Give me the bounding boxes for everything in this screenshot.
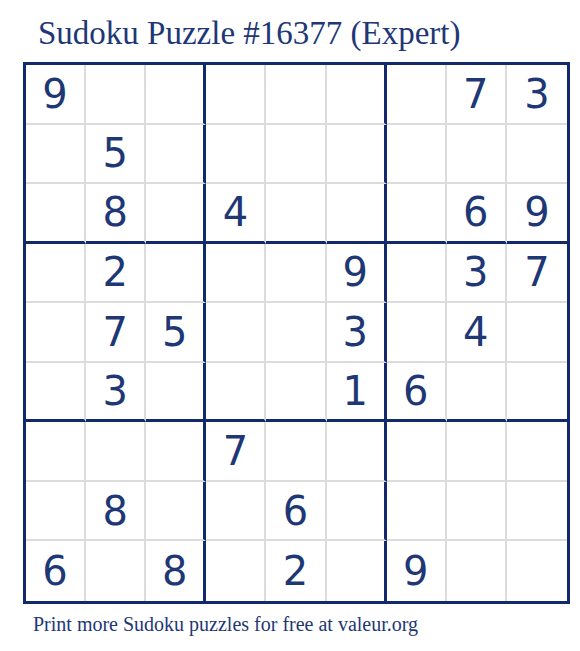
sudoku-cell: 6: [387, 363, 447, 423]
sudoku-cell: [86, 65, 146, 125]
sudoku-cell: 9: [387, 541, 447, 601]
sudoku-cell: 9: [327, 244, 387, 304]
sudoku-cell: [507, 482, 567, 542]
sudoku-cell: [387, 184, 447, 244]
sudoku-cell: [206, 244, 266, 304]
sudoku-cell: [26, 422, 86, 482]
sudoku-cell: [507, 125, 567, 185]
sudoku-cell: [146, 65, 206, 125]
sudoku-cell: [86, 422, 146, 482]
sudoku-cell: 5: [86, 125, 146, 185]
sudoku-cell: [266, 303, 326, 363]
sudoku-cell: 2: [266, 541, 326, 601]
sudoku-cell: [507, 541, 567, 601]
sudoku-cell: [327, 125, 387, 185]
sudoku-cell: [327, 482, 387, 542]
sudoku-cell: [146, 125, 206, 185]
sudoku-cell: [327, 541, 387, 601]
sudoku-cell: [26, 184, 86, 244]
sudoku-board: 97358469293775343167866829: [23, 62, 570, 604]
sudoku-cell: [146, 482, 206, 542]
sudoku-cell: [206, 541, 266, 601]
sudoku-cell: [206, 363, 266, 423]
sudoku-cell: 6: [447, 184, 507, 244]
sudoku-cell: [206, 65, 266, 125]
sudoku-cell: 3: [86, 363, 146, 423]
sudoku-cell: 7: [86, 303, 146, 363]
sudoku-cell: [327, 65, 387, 125]
sudoku-cell: 9: [507, 184, 567, 244]
sudoku-cell: [206, 303, 266, 363]
sudoku-cell: [507, 303, 567, 363]
sudoku-cell: 7: [206, 422, 266, 482]
sudoku-cell: 8: [86, 184, 146, 244]
sudoku-cell: [146, 184, 206, 244]
sudoku-cell: [387, 244, 447, 304]
sudoku-cell: [327, 184, 387, 244]
sudoku-cell: 9: [26, 65, 86, 125]
sudoku-cell: [86, 541, 146, 601]
sudoku-cell: 8: [146, 541, 206, 601]
sudoku-cell: 2: [86, 244, 146, 304]
sudoku-cell: [507, 363, 567, 423]
sudoku-cell: [146, 363, 206, 423]
page-title: Sudoku Puzzle #16377 (Expert): [38, 14, 461, 52]
sudoku-cell: 7: [507, 244, 567, 304]
sudoku-cell: [26, 125, 86, 185]
sudoku-cell: [447, 541, 507, 601]
sudoku-cell: 4: [206, 184, 266, 244]
sudoku-cell: [266, 422, 326, 482]
sudoku-cell: [507, 422, 567, 482]
sudoku-cell: [206, 125, 266, 185]
sudoku-cell: [447, 482, 507, 542]
sudoku-cell: 3: [507, 65, 567, 125]
sudoku-cell: 8: [86, 482, 146, 542]
sudoku-cell: [146, 244, 206, 304]
sudoku-cell: [26, 482, 86, 542]
sudoku-cell: [266, 125, 326, 185]
sudoku-cell: [266, 184, 326, 244]
sudoku-cell: [447, 422, 507, 482]
sudoku-cell: [387, 482, 447, 542]
sudoku-cell: [26, 363, 86, 423]
sudoku-cell: [206, 482, 266, 542]
sudoku-cell: [327, 422, 387, 482]
sudoku-cell: 5: [146, 303, 206, 363]
sudoku-cell: 7: [447, 65, 507, 125]
sudoku-cell: 4: [447, 303, 507, 363]
sudoku-cell: [387, 422, 447, 482]
sudoku-cell: 3: [447, 244, 507, 304]
sudoku-cell: 1: [327, 363, 387, 423]
sudoku-cell: [387, 303, 447, 363]
sudoku-cell: [266, 363, 326, 423]
footer-text: Print more Sudoku puzzles for free at va…: [33, 613, 418, 636]
sudoku-cell: 3: [327, 303, 387, 363]
sudoku-cell: [266, 244, 326, 304]
sudoku-cell: [387, 65, 447, 125]
sudoku-cell: 6: [26, 541, 86, 601]
sudoku-page: Sudoku Puzzle #16377 (Expert) 9735846929…: [0, 0, 580, 651]
sudoku-cell: [26, 244, 86, 304]
sudoku-cell: [447, 125, 507, 185]
sudoku-cell: [387, 125, 447, 185]
sudoku-cell: [447, 363, 507, 423]
sudoku-cell: [266, 65, 326, 125]
sudoku-cell: 6: [266, 482, 326, 542]
sudoku-cell: [146, 422, 206, 482]
sudoku-cell: [26, 303, 86, 363]
